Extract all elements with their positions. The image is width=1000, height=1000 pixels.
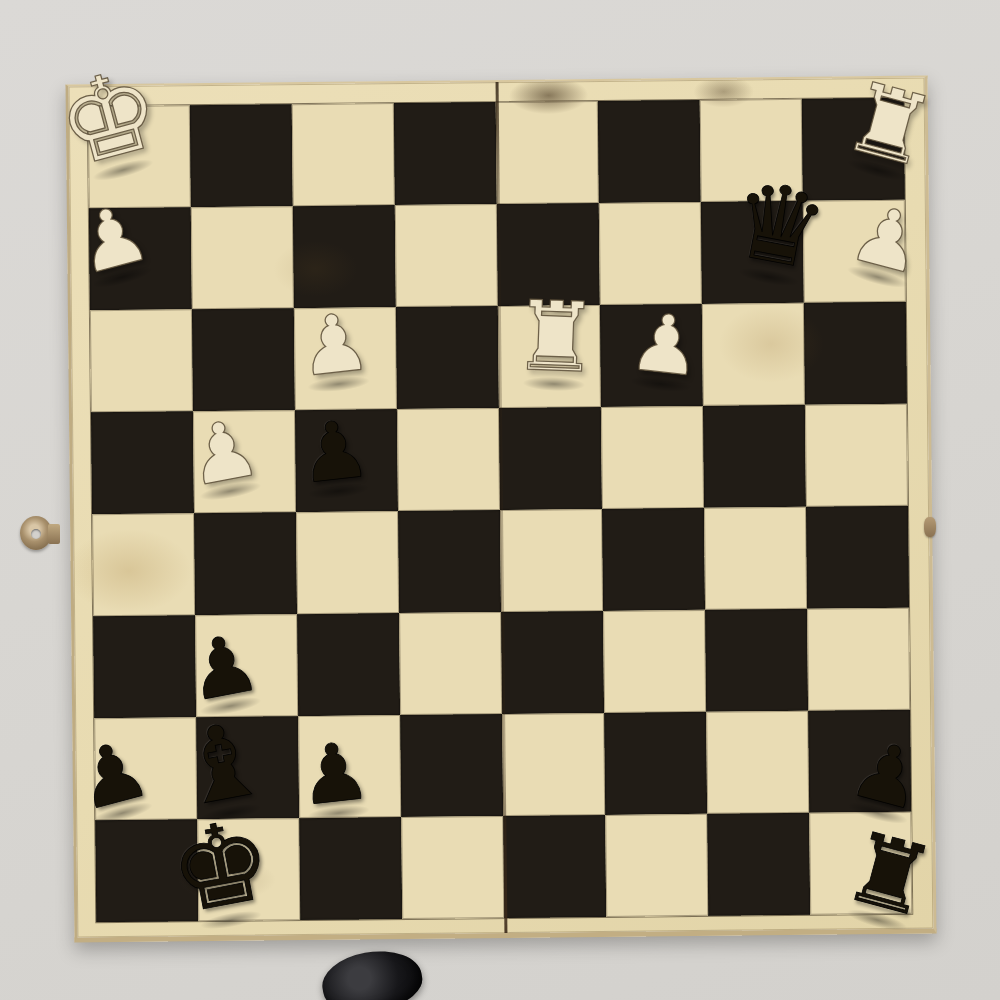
- square-e5[interactable]: [499, 407, 602, 510]
- square-e4[interactable]: [500, 509, 603, 612]
- square-h4[interactable]: [806, 506, 909, 609]
- white-king-a8[interactable]: ♚: [37, 17, 175, 190]
- square-b4[interactable]: [194, 512, 297, 615]
- king-icon: ♚: [46, 50, 174, 185]
- square-d5[interactable]: [397, 408, 500, 511]
- off-board-piece[interactable]: [318, 944, 427, 1000]
- square-h3[interactable]: [807, 608, 910, 711]
- queen-icon: ♛: [719, 165, 839, 288]
- square-c4[interactable]: [296, 511, 399, 614]
- square-e2[interactable]: [502, 713, 605, 816]
- photo-scene: ♚♜♟♛♟♟♜♟♟♟♟♟♝♟♚♟♜: [0, 0, 1000, 1000]
- square-g3[interactable]: [705, 609, 808, 712]
- square-g5[interactable]: [703, 405, 806, 508]
- square-f3[interactable]: [603, 610, 706, 713]
- square-b8[interactable]: [190, 104, 293, 207]
- square-d3[interactable]: [399, 612, 502, 715]
- clasp-hole: [31, 529, 41, 539]
- square-b7[interactable]: [191, 206, 294, 309]
- square-h5[interactable]: [805, 404, 908, 507]
- square-d6[interactable]: [396, 306, 499, 409]
- square-d2[interactable]: [400, 714, 503, 817]
- square-a4[interactable]: [92, 513, 195, 616]
- square-h6[interactable]: [804, 302, 907, 405]
- clasp-pin: [924, 517, 936, 537]
- clasp-tab: [48, 524, 60, 544]
- black-pawn-c5[interactable]: ♟: [278, 398, 390, 504]
- square-f8[interactable]: [598, 100, 701, 203]
- clasp-latch: [20, 512, 56, 554]
- square-d1[interactable]: [401, 816, 504, 919]
- square-e1[interactable]: [503, 815, 606, 918]
- white-rook-e6[interactable]: ♜: [503, 268, 609, 394]
- white-rook-h8[interactable]: ♜: [826, 46, 956, 190]
- square-g4[interactable]: [704, 507, 807, 610]
- square-d7[interactable]: [395, 204, 498, 307]
- square-c1[interactable]: [299, 817, 402, 920]
- square-a6[interactable]: [90, 309, 193, 412]
- rook-icon: ♜: [503, 288, 608, 388]
- square-f1[interactable]: [605, 814, 708, 917]
- square-e3[interactable]: [501, 611, 604, 714]
- black-pawn-c2[interactable]: ♟: [278, 720, 390, 826]
- square-b6[interactable]: [192, 308, 295, 411]
- white-pawn-c6[interactable]: ♟: [278, 291, 390, 397]
- square-d8[interactable]: [394, 102, 497, 205]
- white-pawn-b5[interactable]: ♟: [164, 396, 282, 508]
- square-f7[interactable]: [599, 202, 702, 305]
- square-c3[interactable]: [297, 613, 400, 716]
- square-c7[interactable]: [293, 205, 396, 308]
- white-pawn-f6[interactable]: ♟: [610, 291, 722, 397]
- square-f5[interactable]: [601, 406, 704, 509]
- square-e8[interactable]: [496, 101, 599, 204]
- square-g2[interactable]: [706, 711, 809, 814]
- square-f4[interactable]: [602, 508, 705, 611]
- square-c8[interactable]: [292, 103, 395, 206]
- square-g1[interactable]: [707, 813, 810, 916]
- square-d4[interactable]: [398, 510, 501, 613]
- square-f2[interactable]: [604, 712, 707, 815]
- king-icon: ♚: [160, 801, 281, 930]
